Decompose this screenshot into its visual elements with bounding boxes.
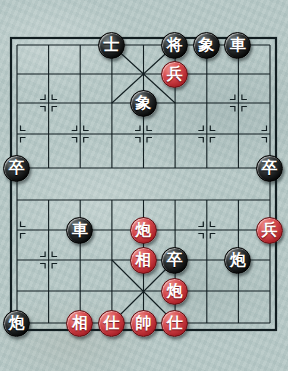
piece-red-advisor[interactable]: 仕 <box>98 310 125 337</box>
piece-black-soldier[interactable]: 卒 <box>3 155 30 182</box>
piece-red-cannon[interactable]: 炮 <box>130 217 157 244</box>
piece-black-soldier[interactable]: 卒 <box>161 247 188 274</box>
piece-black-elephant[interactable]: 象 <box>193 32 220 59</box>
piece-black-advisor[interactable]: 士 <box>98 32 125 59</box>
piece-red-elephant[interactable]: 相 <box>66 310 93 337</box>
piece-red-elephant[interactable]: 相 <box>130 247 157 274</box>
piece-black-elephant[interactable]: 象 <box>130 90 157 117</box>
xiangqi-board: 士将象車兵象卒卒車炮兵相卒炮炮炮相仕帥仕 <box>0 0 288 371</box>
piece-black-cannon[interactable]: 炮 <box>3 310 30 337</box>
piece-red-cannon[interactable]: 炮 <box>161 278 188 305</box>
piece-black-chariot[interactable]: 車 <box>66 217 93 244</box>
piece-layer: 士将象車兵象卒卒車炮兵相卒炮炮炮相仕帥仕 <box>1 30 285 338</box>
piece-red-soldier[interactable]: 兵 <box>161 61 188 88</box>
piece-black-cannon[interactable]: 炮 <box>224 247 251 274</box>
piece-black-general[interactable]: 将 <box>161 32 188 59</box>
piece-red-general[interactable]: 帥 <box>130 310 157 337</box>
piece-black-soldier[interactable]: 卒 <box>256 155 283 182</box>
piece-red-advisor[interactable]: 仕 <box>161 310 188 337</box>
piece-black-chariot[interactable]: 車 <box>224 32 251 59</box>
piece-red-soldier[interactable]: 兵 <box>256 217 283 244</box>
